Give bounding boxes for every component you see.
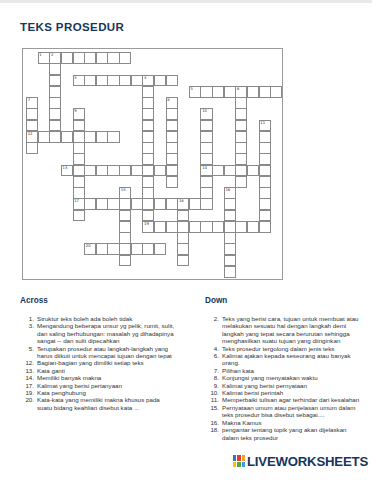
across-section: Across 1.Struktur teks boleh ada boleh t… bbox=[20, 296, 188, 411]
grid-cell[interactable] bbox=[96, 198, 108, 210]
grid-cell[interactable] bbox=[142, 142, 154, 154]
clue-item: 6.Kalimat ajakan kepada seseorang atau b… bbox=[205, 352, 369, 367]
cell-number: 12 bbox=[27, 132, 37, 137]
clue-number: 6. bbox=[205, 352, 222, 367]
clue-item: 16.Makna Kamus bbox=[205, 419, 369, 426]
clue-text: Teks yang berisi cara, tujuan untuk memb… bbox=[222, 315, 362, 345]
mosaic-square bbox=[237, 462, 240, 468]
grid-cell[interactable] bbox=[154, 75, 166, 87]
grid-cell[interactable]: 2 bbox=[49, 52, 61, 64]
grid-cell[interactable]: 3 bbox=[73, 75, 85, 87]
grid-cell[interactable]: 18 bbox=[177, 198, 189, 210]
grid-cell[interactable]: 11 bbox=[259, 120, 271, 132]
cell-number: 10 bbox=[201, 109, 211, 114]
grid-cell[interactable] bbox=[212, 221, 224, 233]
cell-number: 14 bbox=[201, 166, 211, 171]
grid-cell[interactable] bbox=[177, 221, 189, 233]
cell-number: 1 bbox=[39, 53, 49, 58]
grid-cell[interactable] bbox=[49, 86, 61, 98]
grid-cell[interactable] bbox=[26, 108, 38, 120]
grid-cell[interactable] bbox=[142, 210, 154, 222]
clue-item: 15.Pernyataan umum atau penjelasan umum … bbox=[205, 404, 369, 419]
page-top-edge bbox=[0, 0, 372, 3]
grid-cell[interactable] bbox=[119, 75, 131, 87]
grid-cell[interactable] bbox=[177, 243, 189, 255]
clue-item: 5.Terupakan prosedur atau langkah-langka… bbox=[20, 345, 188, 360]
grid-cell[interactable] bbox=[189, 221, 201, 233]
clue-number: 4. bbox=[205, 345, 222, 352]
grid-cell[interactable]: 12 bbox=[26, 131, 38, 143]
clue-item: 4.Teks prosedur tergolong dalam jenis te… bbox=[205, 345, 369, 352]
grid-cell[interactable]: 1 bbox=[38, 52, 50, 64]
clue-text: Kalimat berisi perintah bbox=[222, 389, 362, 396]
cell-number: 6 bbox=[236, 87, 246, 92]
clue-item: 11.Memperbaiki tulisan agar terhindar da… bbox=[205, 396, 369, 403]
grid-cell[interactable] bbox=[119, 210, 131, 222]
grid-cell[interactable] bbox=[154, 198, 166, 210]
crossword-grid: 1234567128917101411131516181920 bbox=[22, 48, 283, 280]
grid-cell[interactable] bbox=[142, 108, 154, 120]
grid-cell[interactable] bbox=[200, 131, 212, 143]
grid-cell[interactable] bbox=[259, 176, 271, 188]
grid-cell[interactable] bbox=[26, 120, 38, 132]
grid-cell[interactable]: 14 bbox=[200, 165, 212, 177]
down-section: Down 2.Teks yang berisi cara, tujuan unt… bbox=[205, 296, 369, 441]
cell-number: 18 bbox=[178, 199, 188, 204]
clue-number: 7. bbox=[205, 367, 222, 374]
grid-cell[interactable] bbox=[131, 75, 143, 87]
grid-cell[interactable] bbox=[166, 131, 178, 143]
clue-text: Terupakan prosedur atau langkah-langkah … bbox=[37, 345, 175, 360]
grid-cell[interactable] bbox=[131, 243, 143, 255]
clue-number: 1. bbox=[20, 315, 37, 322]
grid-cell[interactable] bbox=[119, 165, 131, 177]
grid-cell[interactable] bbox=[142, 97, 154, 109]
grid-cell[interactable] bbox=[224, 243, 236, 255]
grid-cell[interactable] bbox=[259, 86, 271, 98]
clue-number: 8. bbox=[205, 374, 222, 381]
cell-number: 5 bbox=[190, 87, 200, 92]
cell-number: 16 bbox=[225, 188, 235, 193]
grid-cell[interactable] bbox=[49, 63, 61, 75]
grid-cell[interactable] bbox=[212, 165, 224, 177]
grid-cell[interactable] bbox=[166, 198, 178, 210]
cell-number: 13 bbox=[62, 166, 72, 171]
grid-cell[interactable] bbox=[84, 165, 96, 177]
grid-cell[interactable] bbox=[200, 221, 212, 233]
clue-item: 12.Bagian-bagian yang dimiliki setiap te… bbox=[20, 359, 188, 366]
clue-item: 3.Mengandung beberapa unsur yg pelik, ru… bbox=[20, 322, 188, 344]
grid-cell[interactable] bbox=[235, 176, 247, 188]
clue-text: Makna Kamus bbox=[222, 419, 362, 426]
clue-text: Bagian-bagian yang dimiliki setiap teks bbox=[37, 359, 175, 366]
clue-number: 9. bbox=[205, 382, 222, 389]
grid-cell[interactable] bbox=[142, 243, 154, 255]
grid-cell[interactable]: 8 bbox=[166, 97, 178, 109]
clue-number: 2. bbox=[205, 315, 222, 345]
grid-cell[interactable] bbox=[224, 165, 236, 177]
cell-number: 11 bbox=[260, 121, 270, 126]
grid-cell[interactable] bbox=[235, 165, 247, 177]
grid-cell[interactable] bbox=[247, 221, 259, 233]
grid-cell[interactable] bbox=[177, 232, 189, 244]
grid-cell[interactable] bbox=[166, 165, 178, 177]
grid-cell[interactable] bbox=[131, 198, 143, 210]
grid-cell[interactable] bbox=[49, 108, 61, 120]
grid-cell[interactable] bbox=[235, 108, 247, 120]
grid-cell[interactable] bbox=[73, 210, 85, 222]
grid-cell[interactable] bbox=[73, 120, 85, 132]
cell-number: 7 bbox=[27, 98, 37, 103]
grid-cell[interactable] bbox=[154, 165, 166, 177]
cell-number: 19 bbox=[143, 222, 153, 227]
grid-cell[interactable] bbox=[73, 52, 85, 64]
grid-cell[interactable] bbox=[177, 255, 189, 267]
grid-cell[interactable] bbox=[142, 86, 154, 98]
clue-item: 14.Memiliki banyak makna bbox=[20, 374, 188, 381]
grid-cell[interactable] bbox=[119, 243, 131, 255]
clue-number: 19. bbox=[20, 389, 37, 396]
grid-cell[interactable] bbox=[166, 108, 178, 120]
across-heading: Across bbox=[20, 296, 188, 305]
clue-number: 3. bbox=[20, 322, 37, 344]
grid-cell[interactable] bbox=[73, 187, 85, 199]
grid-cell[interactable] bbox=[259, 131, 271, 143]
grid-cell[interactable] bbox=[73, 131, 85, 143]
grid-cell[interactable]: 13 bbox=[61, 165, 73, 177]
clue-number: 13. bbox=[20, 367, 37, 374]
grid-cell[interactable] bbox=[119, 232, 131, 244]
clue-item: 7.Pilihan kata bbox=[205, 367, 369, 374]
grid-cell[interactable] bbox=[96, 131, 108, 143]
grid-cell[interactable] bbox=[107, 75, 119, 87]
clue-number: 10. bbox=[205, 389, 222, 396]
clue-text: Pilihan kata bbox=[222, 367, 362, 374]
grid-cell[interactable] bbox=[189, 198, 201, 210]
cell-number: 15 bbox=[120, 188, 130, 193]
grid-cell[interactable] bbox=[247, 165, 259, 177]
grid-cell[interactable] bbox=[107, 243, 119, 255]
grid-cell[interactable]: 10 bbox=[200, 108, 212, 120]
grid-cell[interactable] bbox=[200, 86, 212, 98]
grid-cell[interactable] bbox=[166, 75, 178, 87]
clue-text: Kata penghubung bbox=[37, 389, 175, 396]
grid-cell[interactable] bbox=[73, 142, 85, 154]
grid-cell[interactable] bbox=[142, 176, 154, 188]
grid-cell[interactable] bbox=[200, 187, 212, 199]
grid-cell[interactable] bbox=[96, 52, 108, 64]
grid-cell[interactable] bbox=[166, 176, 178, 188]
grid-cell[interactable] bbox=[247, 86, 259, 98]
grid-cell[interactable] bbox=[119, 52, 131, 64]
grid-cell[interactable] bbox=[270, 86, 282, 98]
liveworksheets-logo[interactable]: LIVEWORKSHEETS bbox=[233, 452, 368, 470]
clue-number: 20. bbox=[20, 396, 37, 411]
grid-cell[interactable] bbox=[200, 142, 212, 154]
grid-cell[interactable] bbox=[235, 97, 247, 109]
clue-number: 17. bbox=[20, 382, 37, 389]
grid-cell[interactable] bbox=[84, 131, 96, 143]
clue-number: 14. bbox=[20, 374, 37, 381]
clue-number: 5. bbox=[20, 345, 37, 360]
clue-text: pengantar tentang topik yang akan dijela… bbox=[222, 426, 362, 441]
mosaic-square bbox=[233, 462, 236, 468]
clue-text: Struktur teks boleh ada boleh tidak bbox=[37, 315, 175, 322]
clue-text: Konjungsi yang menyatakan waktu bbox=[222, 374, 362, 381]
clue-text: Memiliki banyak makna bbox=[37, 374, 175, 381]
page-title: TEKS PROSEDUR bbox=[20, 21, 124, 33]
grid-cell[interactable] bbox=[49, 120, 61, 132]
grid-cell[interactable] bbox=[142, 120, 154, 132]
grid-cell[interactable] bbox=[235, 131, 247, 143]
grid-cell[interactable] bbox=[107, 198, 119, 210]
clue-item: 18.pengantar tentang topik yang akan dij… bbox=[205, 426, 369, 441]
grid-cell[interactable] bbox=[107, 52, 119, 64]
grid-cell[interactable] bbox=[200, 198, 212, 210]
grid-cell[interactable] bbox=[259, 187, 271, 199]
grid-cell[interactable] bbox=[166, 221, 178, 233]
cell-number: 3 bbox=[74, 76, 84, 81]
clue-item: 2.Teks yang berisi cara, tujuan untuk me… bbox=[205, 315, 369, 345]
grid-cell[interactable] bbox=[166, 142, 178, 154]
grid-cell[interactable] bbox=[259, 142, 271, 154]
grid-cell[interactable]: 7 bbox=[26, 97, 38, 109]
grid-cell[interactable] bbox=[142, 165, 154, 177]
down-heading: Down bbox=[205, 296, 369, 305]
grid-cell[interactable] bbox=[49, 97, 61, 109]
grid-cell[interactable] bbox=[119, 221, 131, 233]
clue-item: 13.Kata ganti bbox=[20, 367, 188, 374]
grid-cell[interactable] bbox=[73, 176, 85, 188]
cell-number: 4 bbox=[143, 76, 153, 81]
grid-cell[interactable] bbox=[142, 198, 154, 210]
clue-item: 9.Kalimat yang berisi pernyataan bbox=[205, 382, 369, 389]
grid-cell[interactable] bbox=[235, 153, 247, 165]
grid-cell[interactable] bbox=[200, 120, 212, 132]
grid-cell[interactable] bbox=[84, 52, 96, 64]
clue-text: Pernyataan umum atau penjelasan umum dal… bbox=[222, 404, 362, 419]
clue-number: 11. bbox=[205, 396, 222, 403]
clue-text: Kalimat yang berisi pertanyaan bbox=[37, 382, 175, 389]
grid-cell[interactable] bbox=[38, 131, 50, 143]
down-clue-list: 2.Teks yang berisi cara, tujuan untuk me… bbox=[205, 315, 369, 441]
grid-cell[interactable]: 15 bbox=[119, 187, 131, 199]
grid-cell[interactable]: 17 bbox=[73, 198, 85, 210]
grid-cell[interactable]: 20 bbox=[84, 243, 96, 255]
grid-cell[interactable] bbox=[154, 221, 166, 233]
clue-text: Kalimat yang berisi pernyataan bbox=[222, 382, 362, 389]
grid-cell[interactable] bbox=[166, 153, 178, 165]
cell-number: 17 bbox=[74, 199, 84, 204]
grid-cell[interactable] bbox=[259, 210, 271, 222]
grid-cell[interactable] bbox=[119, 255, 131, 267]
grid-cell[interactable] bbox=[84, 198, 96, 210]
clue-text: Memperbaiki tulisan agar terhindar dari … bbox=[222, 396, 362, 403]
clue-text: Mengandung beberapa unsur yg pelik, rumi… bbox=[37, 322, 175, 344]
clue-number: 12. bbox=[20, 359, 37, 366]
grid-cell[interactable]: 6 bbox=[235, 86, 247, 98]
clue-item: 8.Konjungsi yang menyatakan waktu bbox=[205, 374, 369, 381]
grid-cell[interactable] bbox=[224, 210, 236, 222]
grid-cell[interactable] bbox=[61, 52, 73, 64]
clue-item: 1.Struktur teks boleh ada boleh tidak bbox=[20, 315, 188, 322]
grid-cell[interactable] bbox=[131, 165, 143, 177]
worksheet-page: { "page": { "title": "TEKS PROSEDUR" }, … bbox=[0, 0, 372, 480]
mosaic-square bbox=[242, 455, 245, 461]
cell-number: 2 bbox=[50, 53, 60, 58]
liveworksheets-logo-text: LIVEWORKSHEETS bbox=[247, 454, 368, 469]
grid-cell[interactable]: 4 bbox=[142, 75, 154, 87]
grid-cell[interactable] bbox=[259, 165, 271, 177]
grid-cell[interactable] bbox=[96, 75, 108, 87]
grid-cell[interactable] bbox=[259, 221, 271, 233]
mosaic-square bbox=[237, 455, 240, 461]
grid-cell[interactable] bbox=[26, 142, 38, 154]
across-clue-list: 1.Struktur teks boleh ada boleh tidak3.M… bbox=[20, 315, 188, 411]
grid-cell[interactable] bbox=[142, 153, 154, 165]
cell-number: 9 bbox=[74, 109, 84, 114]
grid-cell[interactable] bbox=[224, 86, 236, 98]
clue-number: 18. bbox=[205, 426, 222, 441]
grid-cell[interactable] bbox=[142, 187, 154, 199]
clue-item: 20.Kata-kata yang memiliki makna khusus … bbox=[20, 396, 188, 411]
grid-cell[interactable] bbox=[224, 266, 236, 278]
clue-item: 17.Kalimat yang berisi pertanyaan bbox=[20, 382, 188, 389]
mosaic-square bbox=[233, 455, 236, 461]
grid-cell[interactable] bbox=[200, 153, 212, 165]
liveworksheets-mosaic-icon bbox=[233, 455, 245, 467]
grid-cell[interactable] bbox=[177, 210, 189, 222]
grid-cell[interactable]: 19 bbox=[142, 221, 154, 233]
grid-cell[interactable] bbox=[224, 198, 236, 210]
grid-cell[interactable] bbox=[73, 165, 85, 177]
grid-cell[interactable] bbox=[49, 131, 61, 143]
clue-number: 15. bbox=[205, 404, 222, 419]
grid-cell[interactable] bbox=[224, 255, 236, 267]
grid-cell[interactable] bbox=[96, 165, 108, 177]
clue-text: Kata-kata yang memiliki makna khusus pad… bbox=[37, 396, 175, 411]
grid-cell[interactable] bbox=[61, 131, 73, 143]
grid-cell[interactable] bbox=[235, 142, 247, 154]
grid-cell[interactable] bbox=[49, 75, 61, 87]
grid-cell[interactable] bbox=[259, 198, 271, 210]
grid-cell[interactable] bbox=[235, 221, 247, 233]
grid-cell[interactable]: 5 bbox=[189, 86, 201, 98]
grid-cell[interactable] bbox=[96, 243, 108, 255]
grid-cell[interactable] bbox=[224, 232, 236, 244]
grid-cell[interactable] bbox=[73, 153, 85, 165]
clue-text: Teks prosedur tergolong dalam jenis teks bbox=[222, 345, 362, 352]
grid-cell[interactable]: 16 bbox=[224, 187, 236, 199]
grid-cell[interactable] bbox=[259, 153, 271, 165]
grid-cell[interactable] bbox=[166, 120, 178, 132]
mosaic-square bbox=[242, 462, 245, 468]
cell-number: 8 bbox=[167, 98, 177, 103]
grid-cell[interactable] bbox=[154, 243, 166, 255]
cell-number: 20 bbox=[85, 244, 95, 249]
grid-cell[interactable] bbox=[235, 120, 247, 132]
grid-cell[interactable] bbox=[84, 75, 96, 87]
clue-text: Kalimat ajakan kepada seseorang atau ban… bbox=[222, 352, 362, 367]
grid-cell[interactable] bbox=[200, 176, 212, 188]
clue-item: 19.Kata penghubung bbox=[20, 389, 188, 396]
clue-text: Kata ganti bbox=[37, 367, 175, 374]
grid-cell[interactable] bbox=[212, 86, 224, 98]
clue-item: 10.Kalimat berisi perintah bbox=[205, 389, 369, 396]
grid-cell[interactable] bbox=[142, 131, 154, 143]
clue-number: 16. bbox=[205, 419, 222, 426]
grid-cell[interactable]: 9 bbox=[73, 108, 85, 120]
grid-cell[interactable] bbox=[107, 165, 119, 177]
grid-cell[interactable] bbox=[224, 221, 236, 233]
grid-cell[interactable] bbox=[107, 131, 119, 143]
grid-cell[interactable] bbox=[119, 198, 131, 210]
